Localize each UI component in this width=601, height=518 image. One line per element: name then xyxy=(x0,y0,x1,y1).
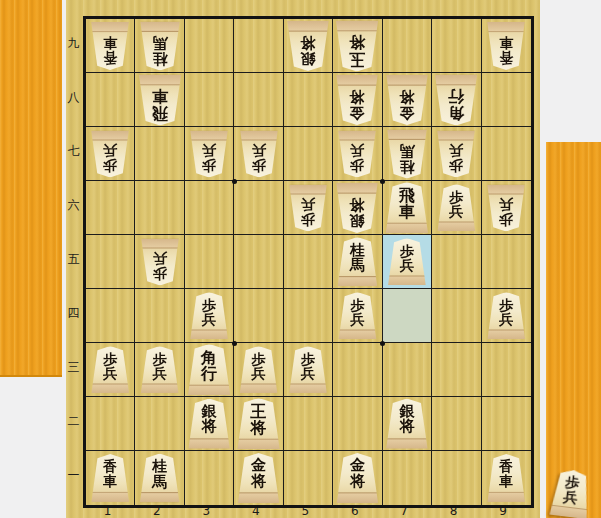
board-square[interactable]: 銀将 xyxy=(383,397,432,451)
board-square[interactable]: 桂馬 xyxy=(135,19,184,73)
piece-lance[interactable]: 香車 xyxy=(90,454,130,502)
board-square[interactable] xyxy=(284,289,333,343)
piece-kanji: 兵 xyxy=(499,196,513,211)
piece-kanji: 歩 xyxy=(153,265,167,280)
board-square[interactable] xyxy=(86,397,135,451)
board-square[interactable] xyxy=(135,127,184,181)
board-square[interactable] xyxy=(333,343,382,397)
board-square[interactable]: 歩兵 xyxy=(185,127,234,181)
piece-kanji: 香 xyxy=(103,459,117,474)
piece-bishop[interactable]: 角行 xyxy=(434,74,479,125)
board-square[interactable] xyxy=(284,451,333,505)
board-square[interactable]: 歩兵 xyxy=(185,289,234,343)
board-square[interactable]: 歩兵 xyxy=(86,343,135,397)
rank-label: 二 xyxy=(66,394,81,448)
board-square[interactable]: 飛車 xyxy=(383,181,432,235)
piece-silver[interactable]: 銀将 xyxy=(385,399,429,449)
star-point xyxy=(380,179,385,184)
piece-kanji: 歩 xyxy=(252,157,266,172)
piece-gold[interactable]: 金将 xyxy=(237,453,281,503)
board-square[interactable]: 角行 xyxy=(185,343,234,397)
piece-kanji: 車 xyxy=(103,35,117,50)
piece-bishop[interactable]: 角行 xyxy=(187,344,232,395)
rank-label: 六 xyxy=(66,178,81,232)
piece-rook[interactable]: 飛車 xyxy=(137,74,182,125)
piece-kanji: 行 xyxy=(201,366,217,383)
board-square[interactable] xyxy=(383,343,432,397)
piece-pawn[interactable]: 歩兵 xyxy=(436,184,476,231)
piece-kanji: 将 xyxy=(350,474,365,490)
board-square[interactable]: 香車 xyxy=(482,451,531,505)
piece-pawn[interactable]: 歩兵 xyxy=(239,130,279,177)
board-square[interactable]: 金将 xyxy=(234,451,283,505)
board-square[interactable] xyxy=(234,181,283,235)
piece-rook[interactable]: 飛車 xyxy=(384,182,429,233)
piece-kanji: 兵 xyxy=(449,204,463,219)
piece-kanji: 馬 xyxy=(152,474,167,490)
board-square[interactable] xyxy=(284,127,333,181)
board-square[interactable] xyxy=(86,235,135,289)
piece-kanji: 歩 xyxy=(153,351,167,366)
piece-kanji: 馬 xyxy=(399,141,414,157)
rank-label: 五 xyxy=(66,232,81,286)
piece-pawn[interactable]: 歩兵 xyxy=(436,130,476,177)
piece-pawn[interactable]: 歩兵 xyxy=(189,130,229,177)
piece-kanji: 歩 xyxy=(400,243,414,258)
piece-kanji: 香 xyxy=(499,459,513,474)
board-square[interactable]: 金将 xyxy=(333,451,382,505)
board-square[interactable] xyxy=(432,397,481,451)
piece-silver[interactable]: 銀将 xyxy=(335,183,379,233)
board-square[interactable]: 桂馬 xyxy=(135,451,184,505)
shogi-app-screen: 歩兵 九八七六五四三二一 123456789 香車桂馬銀将玉将香車飛車金将金将角… xyxy=(0,0,601,518)
piece-kanji: 飛 xyxy=(152,103,168,120)
bottom-player-piece-stand: 歩兵 xyxy=(546,142,601,518)
piece-kanji: 香 xyxy=(103,50,117,65)
piece-kanji: 車 xyxy=(499,474,513,489)
piece-knight[interactable]: 桂馬 xyxy=(336,237,378,286)
board-square[interactable] xyxy=(333,397,382,451)
piece-kanji: 行 xyxy=(448,86,464,103)
board-square[interactable]: 飛車 xyxy=(135,73,184,127)
piece-kanji: 兵 xyxy=(400,258,414,273)
piece-kanji: 歩 xyxy=(350,297,364,312)
rank-label: 四 xyxy=(66,286,81,340)
board-square[interactable] xyxy=(234,289,283,343)
board-square[interactable] xyxy=(234,73,283,127)
piece-kanji: 将 xyxy=(251,420,267,437)
board-square[interactable]: 香車 xyxy=(482,19,531,73)
piece-pawn[interactable]: 歩兵 xyxy=(90,346,130,393)
board-square[interactable] xyxy=(86,73,135,127)
piece-pawn[interactable]: 歩兵 xyxy=(288,184,328,231)
board-grid: 香車桂馬銀将玉将香車飛車金将金将角行歩兵歩兵歩兵歩兵桂馬歩兵歩兵銀将飛車歩兵歩兵… xyxy=(83,16,534,508)
piece-king[interactable]: 王将 xyxy=(236,398,281,449)
board-square[interactable] xyxy=(383,451,432,505)
board-square[interactable] xyxy=(482,73,531,127)
board-square[interactable] xyxy=(185,73,234,127)
rank-labels: 九八七六五四三二一 xyxy=(66,16,81,502)
board-square[interactable]: 歩兵 xyxy=(86,127,135,181)
piece-knight[interactable]: 桂馬 xyxy=(139,454,181,503)
board-square[interactable] xyxy=(185,19,234,73)
board-square[interactable]: 歩兵 xyxy=(432,127,481,181)
board-square[interactable]: 香車 xyxy=(86,19,135,73)
piece-kanji: 兵 xyxy=(103,366,117,381)
piece-silver[interactable]: 銀将 xyxy=(187,399,231,449)
piece-pawn[interactable]: 歩兵 xyxy=(337,292,377,339)
board-square[interactable] xyxy=(432,343,481,397)
piece-kanji: 角 xyxy=(448,103,464,120)
board-square[interactable]: 歩兵 xyxy=(284,343,333,397)
board-square[interactable]: 桂馬 xyxy=(333,235,382,289)
board-square[interactable]: 金将 xyxy=(333,73,382,127)
piece-kanji: 歩 xyxy=(301,351,315,366)
board-square[interactable] xyxy=(482,397,531,451)
board-square[interactable] xyxy=(135,181,184,235)
star-point xyxy=(380,341,385,346)
board-square[interactable] xyxy=(185,451,234,505)
board-square[interactable]: 銀将 xyxy=(333,181,382,235)
board-square[interactable] xyxy=(284,397,333,451)
board-square[interactable]: 銀将 xyxy=(284,19,333,73)
board-square[interactable]: 歩兵 xyxy=(135,343,184,397)
piece-kanji: 将 xyxy=(349,32,365,49)
piece-kanji: 馬 xyxy=(350,258,365,274)
piece-gold[interactable]: 金将 xyxy=(335,453,379,503)
board-square[interactable]: 歩兵 xyxy=(234,127,283,181)
board-square[interactable]: 歩兵 xyxy=(234,343,283,397)
board-square[interactable] xyxy=(234,19,283,73)
board-square[interactable]: 歩兵 xyxy=(284,181,333,235)
piece-kanji: 兵 xyxy=(202,312,216,327)
piece-kanji: 兵 xyxy=(563,489,579,505)
piece-pawn[interactable]: 歩兵 xyxy=(288,346,328,393)
board-square-highlighted[interactable]: 歩兵 xyxy=(383,235,432,289)
board-square[interactable]: 歩兵 xyxy=(482,289,531,343)
piece-kanji: 将 xyxy=(300,34,315,50)
board-square-highlighted[interactable] xyxy=(383,289,432,343)
board-square[interactable] xyxy=(185,235,234,289)
rank-label: 七 xyxy=(66,124,81,178)
piece-kanji: 車 xyxy=(152,86,168,103)
board-square[interactable] xyxy=(284,73,333,127)
piece-kanji: 歩 xyxy=(499,211,513,226)
board-square[interactable] xyxy=(86,181,135,235)
piece-kanji: 兵 xyxy=(153,366,167,381)
piece-silver[interactable]: 銀将 xyxy=(286,21,330,71)
piece-kanji: 車 xyxy=(399,204,415,221)
rank-label: 九 xyxy=(66,16,81,70)
piece-kanji: 香 xyxy=(499,50,513,65)
board-square[interactable]: 金将 xyxy=(383,73,432,127)
piece-pawn[interactable]: 歩兵 xyxy=(337,130,377,177)
board-square[interactable] xyxy=(86,289,135,343)
piece-gold[interactable]: 金将 xyxy=(335,75,379,125)
piece-kanji: 兵 xyxy=(301,366,315,381)
board-square[interactable] xyxy=(185,181,234,235)
piece-knight[interactable]: 桂馬 xyxy=(139,21,181,70)
piece-kanji: 将 xyxy=(350,88,365,104)
piece-kanji: 兵 xyxy=(202,142,216,157)
piece-gold[interactable]: 金将 xyxy=(385,75,429,125)
board-square[interactable]: 歩兵 xyxy=(482,181,531,235)
board-square[interactable] xyxy=(234,235,283,289)
piece-kanji: 歩 xyxy=(350,157,364,172)
piece-kanji: 歩 xyxy=(252,351,266,366)
piece-kanji: 歩 xyxy=(301,211,315,226)
board-square[interactable]: 歩兵 xyxy=(135,235,184,289)
board-square[interactable]: 桂馬 xyxy=(383,127,432,181)
piece-lance[interactable]: 香車 xyxy=(486,22,526,70)
board-square[interactable]: 香車 xyxy=(86,451,135,505)
piece-kanji: 兵 xyxy=(499,312,513,327)
piece-kanji: 兵 xyxy=(449,142,463,157)
board-square[interactable]: 銀将 xyxy=(185,397,234,451)
piece-knight[interactable]: 桂馬 xyxy=(386,129,428,178)
piece-kanji: 兵 xyxy=(350,312,364,327)
shogi-board: 九八七六五四三二一 123456789 香車桂馬銀将玉将香車飛車金将金将角行歩兵… xyxy=(66,0,540,518)
board-square[interactable]: 玉将 xyxy=(333,19,382,73)
board-square[interactable]: 歩兵 xyxy=(333,127,382,181)
board-square[interactable] xyxy=(284,235,333,289)
board-square[interactable] xyxy=(383,19,432,73)
piece-kanji: 将 xyxy=(251,474,266,490)
piece-kanji: 玉 xyxy=(349,49,365,66)
board-square[interactable] xyxy=(432,235,481,289)
piece-kanji: 歩 xyxy=(449,157,463,172)
board-square[interactable] xyxy=(482,343,531,397)
piece-kanji: 馬 xyxy=(152,33,167,49)
piece-kanji: 将 xyxy=(399,88,414,104)
board-square[interactable] xyxy=(432,289,481,343)
board-square[interactable]: 角行 xyxy=(432,73,481,127)
board-square[interactable] xyxy=(482,235,531,289)
hand-piece-pawn[interactable]: 歩兵 xyxy=(548,468,593,518)
piece-lance[interactable]: 香車 xyxy=(486,454,526,502)
piece-pawn[interactable]: 歩兵 xyxy=(239,346,279,393)
piece-pawn[interactable]: 歩兵 xyxy=(90,130,130,177)
top-player-piece-stand xyxy=(0,0,62,377)
rank-label: 八 xyxy=(66,70,81,124)
rank-label: 一 xyxy=(66,448,81,502)
star-point xyxy=(232,179,237,184)
board-square[interactable]: 歩兵 xyxy=(432,181,481,235)
rank-label: 三 xyxy=(66,340,81,394)
piece-pawn[interactable]: 歩兵 xyxy=(486,292,526,339)
piece-pawn[interactable]: 歩兵 xyxy=(189,292,229,339)
piece-kanji: 歩 xyxy=(202,157,216,172)
piece-kanji: 兵 xyxy=(350,142,364,157)
board-square[interactable] xyxy=(432,451,481,505)
board-square[interactable] xyxy=(432,19,481,73)
piece-kanji: 歩 xyxy=(499,297,513,312)
star-point xyxy=(232,341,237,346)
board-square[interactable] xyxy=(482,127,531,181)
piece-kanji: 歩 xyxy=(103,351,117,366)
piece-kanji: 兵 xyxy=(301,196,315,211)
piece-kanji: 将 xyxy=(350,196,365,212)
board-square[interactable] xyxy=(135,289,184,343)
board-square[interactable]: 歩兵 xyxy=(333,289,382,343)
piece-pawn[interactable]: 歩兵 xyxy=(140,238,180,285)
piece-pawn[interactable]: 歩兵 xyxy=(387,238,427,285)
piece-kanji: 将 xyxy=(202,419,217,435)
piece-kanji: 兵 xyxy=(103,142,117,157)
piece-kanji: 車 xyxy=(103,474,117,489)
piece-kanji: 将 xyxy=(399,419,414,435)
piece-kanji: 歩 xyxy=(449,189,463,204)
piece-kanji: 車 xyxy=(499,35,513,50)
board-square[interactable]: 王将 xyxy=(234,397,283,451)
piece-lance[interactable]: 香車 xyxy=(90,22,130,70)
piece-kanji: 兵 xyxy=(252,366,266,381)
piece-pawn[interactable]: 歩兵 xyxy=(140,346,180,393)
board-square[interactable] xyxy=(135,397,184,451)
piece-kanji: 歩 xyxy=(202,297,216,312)
piece-kanji: 歩 xyxy=(103,157,117,172)
piece-pawn[interactable]: 歩兵 xyxy=(486,184,526,231)
piece-jeweled-king[interactable]: 玉将 xyxy=(335,20,380,71)
piece-kanji: 兵 xyxy=(252,142,266,157)
piece-pawn[interactable]: 歩兵 xyxy=(548,468,593,518)
piece-kanji: 兵 xyxy=(153,250,167,265)
